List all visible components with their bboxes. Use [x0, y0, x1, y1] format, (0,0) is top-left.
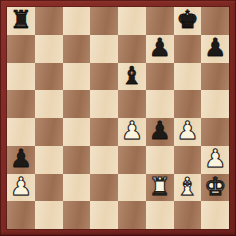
square-a2[interactable]: ♟ — [7, 174, 35, 202]
square-b8[interactable] — [35, 7, 63, 35]
square-e2[interactable] — [118, 174, 146, 202]
square-h7[interactable]: ♟ — [201, 35, 229, 63]
square-d6[interactable] — [90, 63, 118, 91]
square-d2[interactable] — [90, 174, 118, 202]
square-b7[interactable] — [35, 35, 63, 63]
square-h4[interactable] — [201, 118, 229, 146]
black-bishop-e6[interactable]: ♝ — [121, 63, 143, 88]
square-e5[interactable] — [118, 90, 146, 118]
white-rook-f2[interactable]: ♜ — [148, 174, 170, 199]
black-pawn-f7[interactable]: ♟ — [148, 35, 170, 60]
square-f5[interactable] — [146, 90, 174, 118]
square-e4[interactable]: ♟ — [118, 118, 146, 146]
square-d8[interactable] — [90, 7, 118, 35]
square-c4[interactable] — [63, 118, 91, 146]
square-g3[interactable] — [174, 146, 202, 174]
square-h8[interactable] — [201, 7, 229, 35]
square-g2[interactable]: ♝ — [174, 174, 202, 202]
square-a3[interactable]: ♟ — [7, 146, 35, 174]
square-g8[interactable]: ♚ — [174, 7, 202, 35]
black-pawn-h7[interactable]: ♟ — [204, 35, 226, 60]
white-pawn-a2[interactable]: ♟ — [10, 174, 32, 199]
black-pawn-f4[interactable]: ♟ — [148, 118, 170, 143]
white-bishop-g2[interactable]: ♝ — [176, 174, 198, 199]
square-e6[interactable]: ♝ — [118, 63, 146, 91]
square-g6[interactable] — [174, 63, 202, 91]
square-g5[interactable] — [174, 90, 202, 118]
square-d5[interactable] — [90, 90, 118, 118]
square-d1[interactable] — [90, 201, 118, 229]
white-pawn-g4[interactable]: ♟ — [176, 118, 198, 143]
square-b5[interactable] — [35, 90, 63, 118]
square-a4[interactable] — [7, 118, 35, 146]
square-f2[interactable]: ♜ — [146, 174, 174, 202]
square-g1[interactable] — [174, 201, 202, 229]
square-b1[interactable] — [35, 201, 63, 229]
square-b4[interactable] — [35, 118, 63, 146]
white-king-h2[interactable]: ♚ — [204, 174, 226, 199]
square-c6[interactable] — [63, 63, 91, 91]
square-h3[interactable]: ♟ — [201, 146, 229, 174]
square-c3[interactable] — [63, 146, 91, 174]
square-h6[interactable] — [201, 63, 229, 91]
square-c7[interactable] — [63, 35, 91, 63]
black-rook-a8[interactable]: ♜ — [10, 7, 32, 32]
square-f8[interactable] — [146, 7, 174, 35]
square-c8[interactable] — [63, 7, 91, 35]
square-h5[interactable] — [201, 90, 229, 118]
square-g7[interactable] — [174, 35, 202, 63]
square-a8[interactable]: ♜ — [7, 7, 35, 35]
square-e3[interactable] — [118, 146, 146, 174]
square-f7[interactable]: ♟ — [146, 35, 174, 63]
square-d4[interactable] — [90, 118, 118, 146]
square-e8[interactable] — [118, 7, 146, 35]
square-g4[interactable]: ♟ — [174, 118, 202, 146]
square-b3[interactable] — [35, 146, 63, 174]
square-c2[interactable] — [63, 174, 91, 202]
square-h1[interactable] — [201, 201, 229, 229]
square-a1[interactable] — [7, 201, 35, 229]
square-f6[interactable] — [146, 63, 174, 91]
square-f4[interactable]: ♟ — [146, 118, 174, 146]
square-c1[interactable] — [63, 201, 91, 229]
square-f3[interactable] — [146, 146, 174, 174]
board-frame: ♜♚♟♟♝♟♟♟♟♟♟♜♝♚ — [0, 0, 236, 236]
square-h2[interactable]: ♚ — [201, 174, 229, 202]
square-d3[interactable] — [90, 146, 118, 174]
square-d7[interactable] — [90, 35, 118, 63]
white-pawn-e4[interactable]: ♟ — [121, 118, 143, 143]
black-king-g8[interactable]: ♚ — [176, 7, 198, 32]
square-e7[interactable] — [118, 35, 146, 63]
square-a7[interactable] — [7, 35, 35, 63]
square-a5[interactable] — [7, 90, 35, 118]
square-a6[interactable] — [7, 63, 35, 91]
square-f1[interactable] — [146, 201, 174, 229]
square-c5[interactable] — [63, 90, 91, 118]
square-e1[interactable] — [118, 201, 146, 229]
black-pawn-a3[interactable]: ♟ — [10, 146, 32, 171]
square-b6[interactable] — [35, 63, 63, 91]
chess-board[interactable]: ♜♚♟♟♝♟♟♟♟♟♟♜♝♚ — [7, 7, 229, 229]
white-pawn-h3[interactable]: ♟ — [204, 146, 226, 171]
square-b2[interactable] — [35, 174, 63, 202]
chess-app: ♜♚♟♟♝♟♟♟♟♟♟♜♝♚ — [0, 0, 236, 236]
